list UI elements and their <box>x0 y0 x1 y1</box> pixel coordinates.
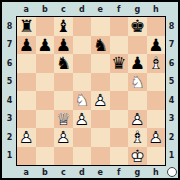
square-g2[interactable]: ♝♗ <box>128 128 147 147</box>
rank-label-2: 2 <box>3 128 16 147</box>
piece-white-pawn-icon: ♙ <box>128 110 147 129</box>
square-b7[interactable]: ♟ <box>36 36 55 55</box>
file-label-c: c <box>54 167 73 178</box>
square-b1[interactable] <box>36 147 55 166</box>
square-f1[interactable] <box>110 147 129 166</box>
square-g4[interactable] <box>128 91 147 110</box>
board: ♜♝♚♟♟♟♞♟♞♛♟♝♗♞♘♞♘♟♙♛♕♟♙♟♙♟♙♟♙♝♗♟♙♚♔ <box>16 16 166 166</box>
file-label-c: c <box>54 3 73 16</box>
square-f6[interactable]: ♛ <box>110 54 129 73</box>
rank-label-4: 4 <box>165 91 178 110</box>
file-label-e: e <box>91 3 110 16</box>
square-g5[interactable]: ♞♘ <box>128 73 147 92</box>
piece-white-pawn-icon: ♙ <box>17 128 36 147</box>
piece-white-pawn-fill: ♟ <box>17 128 36 147</box>
file-label-h: h <box>147 167 166 178</box>
rank-label-1: 1 <box>165 147 178 166</box>
piece-white-bishop-fill: ♝ <box>128 128 147 147</box>
white-to-move-indicator <box>167 167 177 177</box>
piece-white-bishop-fill: ♝ <box>147 54 166 73</box>
file-label-g: g <box>128 3 147 16</box>
rank-label-1: 1 <box>3 147 16 166</box>
piece-white-knight-fill: ♞ <box>73 91 92 110</box>
file-label-h: h <box>147 3 166 16</box>
piece-white-king-fill: ♚ <box>128 147 147 166</box>
rank-label-2: 2 <box>165 128 178 147</box>
square-g6[interactable]: ♟ <box>128 54 147 73</box>
file-label-f: f <box>110 167 129 178</box>
rank-label-3: 3 <box>3 110 16 129</box>
rank-label-4: 4 <box>3 91 16 110</box>
square-c3[interactable]: ♛♕ <box>54 110 73 129</box>
square-b8[interactable] <box>36 17 55 36</box>
piece-white-knight-icon: ♘ <box>128 73 147 92</box>
piece-black-pawn-icon: ♟ <box>36 36 55 55</box>
square-a1[interactable] <box>17 147 36 166</box>
square-c5[interactable] <box>54 73 73 92</box>
rank-labels-right: 87654321 <box>165 17 178 165</box>
square-d1[interactable] <box>73 147 92 166</box>
square-d5[interactable] <box>73 73 92 92</box>
square-c4[interactable] <box>54 91 73 110</box>
square-f5[interactable] <box>110 73 129 92</box>
square-a3[interactable] <box>17 110 36 129</box>
file-label-b: b <box>36 3 55 16</box>
square-g1[interactable]: ♚♔ <box>128 147 147 166</box>
file-label-g: g <box>128 167 147 178</box>
piece-white-king-icon: ♔ <box>128 147 147 166</box>
square-f7[interactable] <box>110 36 129 55</box>
square-b5[interactable] <box>36 73 55 92</box>
piece-black-queen-icon: ♛ <box>110 54 129 73</box>
square-g8[interactable]: ♚ <box>128 17 147 36</box>
square-c2[interactable]: ♟♙ <box>54 128 73 147</box>
square-b6[interactable] <box>36 54 55 73</box>
rank-label-8: 8 <box>165 17 178 36</box>
rank-label-7: 7 <box>3 36 16 55</box>
piece-white-pawn-fill: ♟ <box>73 110 92 129</box>
square-d3[interactable]: ♟♙ <box>73 110 92 129</box>
square-c6[interactable]: ♞ <box>54 54 73 73</box>
square-h7[interactable]: ♟ <box>147 36 166 55</box>
piece-white-bishop-icon: ♗ <box>147 54 166 73</box>
square-d8[interactable] <box>73 17 92 36</box>
file-labels-top: abcdefgh <box>17 3 165 16</box>
square-e7[interactable]: ♞ <box>91 36 110 55</box>
square-e5[interactable] <box>91 73 110 92</box>
piece-white-pawn-icon: ♙ <box>54 128 73 147</box>
square-a7[interactable]: ♟ <box>17 36 36 55</box>
square-g3[interactable]: ♟♙ <box>128 110 147 129</box>
piece-black-knight-icon: ♞ <box>54 54 73 73</box>
file-labels-bottom: abcdefgh <box>17 167 165 178</box>
square-h3[interactable] <box>147 110 166 129</box>
piece-white-pawn-fill: ♟ <box>91 91 110 110</box>
square-h8[interactable] <box>147 17 166 36</box>
square-h6[interactable]: ♝♗ <box>147 54 166 73</box>
piece-white-knight-icon: ♘ <box>73 91 92 110</box>
square-d6[interactable] <box>73 54 92 73</box>
piece-white-pawn-fill: ♟ <box>128 110 147 129</box>
square-f3[interactable] <box>110 110 129 129</box>
file-label-a: a <box>17 167 36 178</box>
rank-label-3: 3 <box>165 110 178 129</box>
square-d7[interactable] <box>73 36 92 55</box>
file-label-d: d <box>73 3 92 16</box>
square-h1[interactable] <box>147 147 166 166</box>
square-f2[interactable] <box>110 128 129 147</box>
rank-label-6: 6 <box>165 54 178 73</box>
square-b3[interactable] <box>36 110 55 129</box>
square-e8[interactable] <box>91 17 110 36</box>
piece-white-knight-fill: ♞ <box>128 73 147 92</box>
rank-label-5: 5 <box>165 73 178 92</box>
file-label-d: d <box>73 167 92 178</box>
piece-black-pawn-icon: ♟ <box>128 54 147 73</box>
square-e6[interactable] <box>91 54 110 73</box>
piece-white-queen-fill: ♛ <box>54 110 73 129</box>
square-h4[interactable] <box>147 91 166 110</box>
square-h2[interactable]: ♟♙ <box>147 128 166 147</box>
square-c7[interactable]: ♟ <box>54 36 73 55</box>
file-label-a: a <box>17 3 36 16</box>
square-c8[interactable]: ♝ <box>54 17 73 36</box>
square-a6[interactable] <box>17 54 36 73</box>
square-e1[interactable] <box>91 147 110 166</box>
square-f8[interactable] <box>110 17 129 36</box>
square-e3[interactable] <box>91 110 110 129</box>
square-d4[interactable]: ♞♘ <box>73 91 92 110</box>
square-a8[interactable]: ♜ <box>17 17 36 36</box>
square-e2[interactable] <box>91 128 110 147</box>
square-a5[interactable] <box>17 73 36 92</box>
file-label-b: b <box>36 167 55 178</box>
square-b2[interactable] <box>36 128 55 147</box>
square-f4[interactable] <box>110 91 129 110</box>
piece-black-pawn-icon: ♟ <box>147 36 166 55</box>
piece-black-rook-icon: ♜ <box>17 17 36 36</box>
piece-white-pawn-fill: ♟ <box>147 128 166 147</box>
file-label-f: f <box>110 3 129 16</box>
rank-labels-left: 87654321 <box>3 17 16 165</box>
square-c1[interactable] <box>54 147 73 166</box>
piece-black-king-icon: ♚ <box>128 17 147 36</box>
square-a4[interactable] <box>17 91 36 110</box>
piece-black-pawn-icon: ♟ <box>17 36 36 55</box>
rank-label-8: 8 <box>3 17 16 36</box>
square-a2[interactable]: ♟♙ <box>17 128 36 147</box>
piece-white-queen-icon: ♕ <box>54 110 73 129</box>
square-e4[interactable]: ♟♙ <box>91 91 110 110</box>
piece-white-pawn-icon: ♙ <box>147 128 166 147</box>
piece-white-pawn-fill: ♟ <box>54 128 73 147</box>
piece-black-pawn-icon: ♟ <box>54 36 73 55</box>
file-label-e: e <box>91 167 110 178</box>
piece-white-pawn-icon: ♙ <box>91 91 110 110</box>
piece-black-knight-icon: ♞ <box>91 36 110 55</box>
chess-diagram-frame: abcdefgh 87654321 ♜♝♚♟♟♟♞♟♞♛♟♝♗♞♘♞♘♟♙♛♕♟… <box>0 0 180 180</box>
rank-label-5: 5 <box>3 73 16 92</box>
square-g7[interactable] <box>128 36 147 55</box>
piece-white-bishop-icon: ♗ <box>128 128 147 147</box>
piece-white-pawn-icon: ♙ <box>73 110 92 129</box>
square-h5[interactable] <box>147 73 166 92</box>
piece-black-bishop-icon: ♝ <box>54 17 73 36</box>
rank-label-6: 6 <box>3 54 16 73</box>
square-b4[interactable] <box>36 91 55 110</box>
rank-label-7: 7 <box>165 36 178 55</box>
square-d2[interactable] <box>73 128 92 147</box>
